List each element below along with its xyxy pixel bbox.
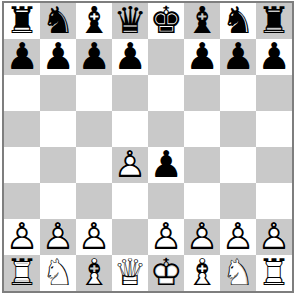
square-g7[interactable]: ♟ xyxy=(220,39,256,75)
white-pawn: ♟♙ xyxy=(113,147,146,183)
square-a1[interactable]: ♜♖ xyxy=(4,255,40,291)
white-pawn: ♟♙ xyxy=(257,219,290,255)
square-h8[interactable]: ♜ xyxy=(256,3,292,39)
black-knight: ♞ xyxy=(221,3,254,39)
square-f5[interactable] xyxy=(184,111,220,147)
square-d1[interactable]: ♛♕ xyxy=(112,255,148,291)
square-a8[interactable]: ♜ xyxy=(4,3,40,39)
square-b6[interactable] xyxy=(40,75,76,111)
black-pawn: ♟ xyxy=(221,39,254,75)
white-pawn: ♟♙ xyxy=(77,219,110,255)
square-g8[interactable]: ♞ xyxy=(220,3,256,39)
square-e5[interactable] xyxy=(148,111,184,147)
square-b8[interactable]: ♞ xyxy=(40,3,76,39)
square-g6[interactable] xyxy=(220,75,256,111)
square-g3[interactable] xyxy=(220,183,256,219)
square-b4[interactable] xyxy=(40,147,76,183)
square-c7[interactable]: ♟ xyxy=(76,39,112,75)
square-a6[interactable] xyxy=(4,75,40,111)
square-d3[interactable] xyxy=(112,183,148,219)
square-d4[interactable]: ♟♙ xyxy=(112,147,148,183)
square-a3[interactable] xyxy=(4,183,40,219)
square-b7[interactable]: ♟ xyxy=(40,39,76,75)
square-d5[interactable] xyxy=(112,111,148,147)
square-c3[interactable] xyxy=(76,183,112,219)
white-knight: ♞♘ xyxy=(221,255,254,291)
white-pawn: ♟♙ xyxy=(149,219,182,255)
black-bishop: ♝ xyxy=(185,3,218,39)
square-c4[interactable] xyxy=(76,147,112,183)
square-a4[interactable] xyxy=(4,147,40,183)
black-pawn: ♟ xyxy=(149,147,182,183)
white-pawn: ♟♙ xyxy=(221,219,254,255)
square-c6[interactable] xyxy=(76,75,112,111)
square-h3[interactable] xyxy=(256,183,292,219)
square-c1[interactable]: ♝♗ xyxy=(76,255,112,291)
square-h5[interactable] xyxy=(256,111,292,147)
square-e3[interactable] xyxy=(148,183,184,219)
square-g2[interactable]: ♟♙ xyxy=(220,219,256,255)
square-e2[interactable]: ♟♙ xyxy=(148,219,184,255)
square-g4[interactable] xyxy=(220,147,256,183)
square-f7[interactable]: ♟ xyxy=(184,39,220,75)
square-f1[interactable]: ♝♗ xyxy=(184,255,220,291)
square-d2[interactable] xyxy=(112,219,148,255)
black-queen: ♛ xyxy=(113,3,146,39)
square-b5[interactable] xyxy=(40,111,76,147)
square-h6[interactable] xyxy=(256,75,292,111)
square-a2[interactable]: ♟♙ xyxy=(4,219,40,255)
square-f3[interactable] xyxy=(184,183,220,219)
board-frame: ♜♞♝♛♚♝♞♜♟♟♟♟♟♟♟♟♙♟♟♙♟♙♟♙♟♙♟♙♟♙♟♙♜♖♞♘♝♗♛♕… xyxy=(2,1,294,293)
square-f4[interactable] xyxy=(184,147,220,183)
square-e8[interactable]: ♚ xyxy=(148,3,184,39)
white-king: ♚♔ xyxy=(149,255,182,291)
black-rook: ♜ xyxy=(257,3,290,39)
square-g5[interactable] xyxy=(220,111,256,147)
black-pawn: ♟ xyxy=(5,39,38,75)
square-b2[interactable]: ♟♙ xyxy=(40,219,76,255)
square-b1[interactable]: ♞♘ xyxy=(40,255,76,291)
square-g1[interactable]: ♞♘ xyxy=(220,255,256,291)
square-h4[interactable] xyxy=(256,147,292,183)
square-h7[interactable]: ♟ xyxy=(256,39,292,75)
black-rook: ♜ xyxy=(5,3,38,39)
white-pawn: ♟♙ xyxy=(185,219,218,255)
white-pawn: ♟♙ xyxy=(41,219,74,255)
black-bishop: ♝ xyxy=(77,3,110,39)
square-d7[interactable]: ♟ xyxy=(112,39,148,75)
black-knight: ♞ xyxy=(41,3,74,39)
chess-diagram: ♜♞♝♛♚♝♞♜♟♟♟♟♟♟♟♟♙♟♟♙♟♙♟♙♟♙♟♙♟♙♟♙♜♖♞♘♝♗♛♕… xyxy=(0,0,298,293)
square-f2[interactable]: ♟♙ xyxy=(184,219,220,255)
square-d8[interactable]: ♛ xyxy=(112,3,148,39)
square-b3[interactable] xyxy=(40,183,76,219)
square-h2[interactable]: ♟♙ xyxy=(256,219,292,255)
square-c2[interactable]: ♟♙ xyxy=(76,219,112,255)
square-d6[interactable] xyxy=(112,75,148,111)
chess-board: ♜♞♝♛♚♝♞♜♟♟♟♟♟♟♟♟♙♟♟♙♟♙♟♙♟♙♟♙♟♙♟♙♜♖♞♘♝♗♛♕… xyxy=(4,3,292,291)
white-rook: ♜♖ xyxy=(5,255,38,291)
square-f6[interactable] xyxy=(184,75,220,111)
square-h1[interactable]: ♜♖ xyxy=(256,255,292,291)
white-rook: ♜♖ xyxy=(257,255,290,291)
black-pawn: ♟ xyxy=(257,39,290,75)
black-pawn: ♟ xyxy=(77,39,110,75)
square-f8[interactable]: ♝ xyxy=(184,3,220,39)
black-king: ♚ xyxy=(149,3,182,39)
square-a7[interactable]: ♟ xyxy=(4,39,40,75)
square-c5[interactable] xyxy=(76,111,112,147)
white-pawn: ♟♙ xyxy=(5,219,38,255)
white-knight: ♞♘ xyxy=(41,255,74,291)
black-pawn: ♟ xyxy=(113,39,146,75)
white-bishop: ♝♗ xyxy=(185,255,218,291)
black-pawn: ♟ xyxy=(185,39,218,75)
square-e7[interactable] xyxy=(148,39,184,75)
square-e1[interactable]: ♚♔ xyxy=(148,255,184,291)
square-c8[interactable]: ♝ xyxy=(76,3,112,39)
square-e4[interactable]: ♟ xyxy=(148,147,184,183)
square-a5[interactable] xyxy=(4,111,40,147)
black-pawn: ♟ xyxy=(41,39,74,75)
square-e6[interactable] xyxy=(148,75,184,111)
white-bishop: ♝♗ xyxy=(77,255,110,291)
white-queen: ♛♕ xyxy=(113,255,146,291)
